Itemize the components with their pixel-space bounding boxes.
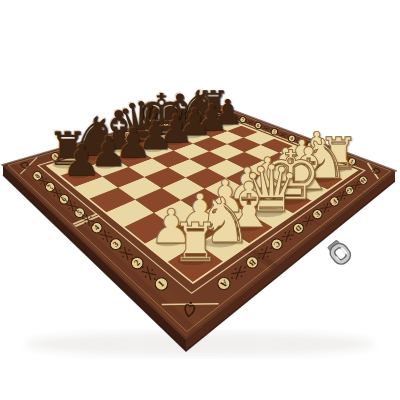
chess-set-photo: 12345678ABCDEFGHABCDEFGH12345678 ♜︎♞︎♟︎♝… bbox=[0, 0, 400, 400]
piece-black-pawn-a7[interactable]: ♟︎ bbox=[62, 139, 100, 182]
piece-white-rook-a1[interactable]: ♜︎ bbox=[172, 216, 220, 269]
pieces-layer: ♜︎♞︎♟︎♝︎♟︎♚︎♟︎♛︎♟︎♝︎♟︎♞︎♟︎♟︎♜︎♟︎♟︎♜︎♟︎♟︎… bbox=[0, 0, 400, 400]
